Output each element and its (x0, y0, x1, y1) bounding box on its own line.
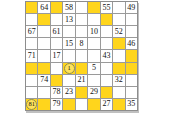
given-number: 13 (65, 16, 73, 24)
cell-r2c9[interactable] (126, 14, 137, 25)
cell-r6c8[interactable] (113, 63, 124, 74)
given-number: 71 (28, 52, 36, 60)
cell-r2c6[interactable] (88, 14, 99, 25)
cell-r9c4[interactable] (63, 99, 74, 110)
cell-r7c8: 32 (113, 75, 124, 86)
cell-r9c9: 35 (126, 99, 137, 110)
cell-r4c3[interactable] (51, 38, 62, 49)
cell-r7c6[interactable] (88, 75, 99, 86)
cell-r1c6[interactable] (88, 2, 99, 13)
given-number: 32 (115, 76, 123, 84)
given-number: 79 (53, 100, 61, 108)
cell-r6c2[interactable] (38, 63, 49, 74)
cell-r4c8[interactable] (113, 38, 124, 49)
cell-r8c5[interactable] (76, 87, 87, 98)
given-number: 8 (79, 40, 83, 48)
cell-r6c9[interactable] (126, 63, 137, 74)
cell-r4c6[interactable] (88, 38, 99, 49)
cell-r3c9[interactable] (126, 26, 137, 37)
cell-r7c1[interactable] (26, 75, 37, 86)
given-number: 64 (40, 4, 48, 12)
cell-r3c3: 61 (51, 26, 62, 37)
given-number: 23 (65, 88, 73, 96)
cell-r9c5[interactable] (76, 99, 87, 110)
cell-r2c5[interactable] (76, 14, 87, 25)
given-number: 55 (102, 4, 110, 12)
cell-r9c3: 79 (51, 99, 62, 110)
cell-r2c2[interactable] (38, 14, 49, 25)
cell-r7c9[interactable] (126, 75, 137, 86)
given-number: 35 (127, 100, 135, 108)
given-number: 29 (90, 88, 98, 96)
given-number: 21 (77, 76, 85, 84)
cell-r4c1[interactable] (26, 38, 37, 49)
hidato-board: 6458554913676110521584671174315742132782… (25, 1, 138, 111)
cell-r3c4[interactable] (63, 26, 74, 37)
cell-r4c5: 8 (76, 38, 87, 49)
cell-r8c3: 78 (51, 87, 62, 98)
cell-r8c2[interactable] (38, 87, 49, 98)
given-number: 27 (102, 100, 110, 108)
given-number: 61 (53, 28, 61, 36)
cell-r2c1[interactable] (26, 14, 37, 25)
cell-r5c9[interactable] (126, 50, 137, 61)
given-number: 67 (28, 28, 36, 36)
cell-r9c7: 27 (101, 99, 112, 110)
cell-r7c2: 74 (38, 75, 49, 86)
given-number: 15 (65, 40, 73, 48)
cell-r6c1[interactable] (26, 63, 37, 74)
cell-r9c2[interactable] (38, 99, 49, 110)
cell-r3c2[interactable] (38, 26, 49, 37)
cell-r3c8: 52 (113, 26, 124, 37)
cell-r6c7[interactable] (101, 63, 112, 74)
cell-r7c4[interactable] (63, 75, 74, 86)
cell-r6c4: 1 (63, 63, 74, 74)
cell-r2c8[interactable] (113, 14, 124, 25)
cell-r8c9[interactable] (126, 87, 137, 98)
cell-r9c1: 81 (26, 99, 37, 110)
cell-r2c3[interactable] (51, 14, 62, 25)
cell-r5c1: 71 (26, 50, 37, 61)
cell-r7c5: 21 (76, 75, 87, 86)
cell-r9c6[interactable] (88, 99, 99, 110)
cell-r5c7: 43 (101, 50, 112, 61)
cell-r1c1[interactable] (26, 2, 37, 13)
cell-r5c3: 17 (51, 50, 62, 61)
cell-r2c4: 13 (63, 14, 74, 25)
cell-r1c5[interactable] (76, 2, 87, 13)
given-number: 52 (115, 28, 123, 36)
circled-given-number: 1 (64, 63, 75, 74)
cell-r4c2[interactable] (38, 38, 49, 49)
cell-r7c3[interactable] (51, 75, 62, 86)
cell-r1c3[interactable] (51, 2, 62, 13)
cell-r4c7[interactable] (101, 38, 112, 49)
given-number: 17 (53, 52, 61, 60)
cell-r6c5[interactable] (76, 63, 87, 74)
cell-r3c7[interactable] (101, 26, 112, 37)
given-number: 46 (127, 40, 135, 48)
given-number: 74 (40, 76, 48, 84)
cell-r3c5[interactable] (76, 26, 87, 37)
cell-r1c4: 58 (63, 2, 74, 13)
cell-r8c4: 23 (63, 87, 74, 98)
given-number: 5 (92, 64, 96, 72)
given-number: 58 (65, 4, 73, 12)
given-number: 10 (90, 28, 98, 36)
cell-r8c1[interactable] (26, 87, 37, 98)
cell-r8c6: 29 (88, 87, 99, 98)
cell-r4c4: 15 (63, 38, 74, 49)
cell-r1c8[interactable] (113, 2, 124, 13)
cell-r3c1: 67 (26, 26, 37, 37)
cell-r2c7[interactable] (101, 14, 112, 25)
cell-r7c7[interactable] (101, 75, 112, 86)
given-number: 78 (53, 88, 61, 96)
cell-r1c9: 49 (126, 2, 137, 13)
given-number: 43 (102, 52, 110, 60)
cell-r5c6[interactable] (88, 50, 99, 61)
cell-r5c8[interactable] (113, 50, 124, 61)
cell-r5c5[interactable] (76, 50, 87, 61)
given-number: 49 (127, 4, 135, 12)
circled-given-number: 81 (26, 99, 37, 110)
cell-r6c6: 5 (88, 63, 99, 74)
cell-r1c2: 64 (38, 2, 49, 13)
cell-r1c7: 55 (101, 2, 112, 13)
cell-r3c6: 10 (88, 26, 99, 37)
cell-r5c2[interactable] (38, 50, 49, 61)
cell-r8c8[interactable] (113, 87, 124, 98)
cell-r6c3[interactable] (51, 63, 62, 74)
cell-r4c9: 46 (126, 38, 137, 49)
cell-r8c7[interactable] (101, 87, 112, 98)
cell-r5c4[interactable] (63, 50, 74, 61)
cell-r9c8[interactable] (113, 99, 124, 110)
